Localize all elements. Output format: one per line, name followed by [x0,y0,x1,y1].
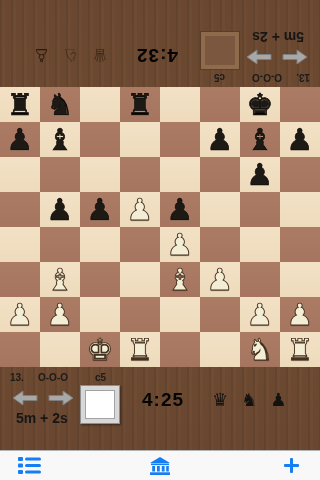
black-bishop-piece: ♝ [247,122,274,157]
black-pawn-piece: ♟ [47,192,74,227]
chess-board: ♜♞♜♚♟♝♟♝♟♟♟♟♟♟♟♝♝♟♟♟♟♟♚♜♞♜ [0,87,320,367]
square-e2[interactable] [160,297,200,332]
square-g2[interactable]: ♟ [240,297,280,332]
time-control-label: 5m + 2s [252,29,304,45]
square-a1[interactable] [0,332,40,367]
square-d1[interactable]: ♜ [120,332,160,367]
square-b6[interactable] [40,157,80,192]
white-rook-piece: ♜ [127,332,154,367]
time-control-label: 5m + 2s [16,410,68,426]
square-a6[interactable] [0,157,40,192]
move-list-button[interactable] [17,456,41,476]
black-pawn-piece: ♟ [247,157,274,192]
square-d6[interactable] [120,157,160,192]
back-arrow-button[interactable] [282,49,308,65]
square-g5[interactable] [240,192,280,227]
app-root: 13. O-O-O c5 5m + 2s 4:32 ♕ ♘ ♙ ♜♞♜♚♟♝♟♝… [0,0,320,480]
white-pawn-piece: ♟ [247,297,274,332]
square-c2[interactable] [80,297,120,332]
black-rook-piece: ♜ [7,87,34,122]
square-g1[interactable]: ♞ [240,332,280,367]
square-h2[interactable]: ♟ [280,297,320,332]
left-arrow-icon [282,49,308,65]
square-d5[interactable]: ♟ [120,192,160,227]
square-c8[interactable] [80,87,120,122]
white-bishop-piece: ♝ [167,262,194,297]
square-g4[interactable] [240,227,280,262]
forward-arrow-button[interactable] [48,390,74,406]
square-d8[interactable]: ♜ [120,87,160,122]
black-rook-piece: ♜ [127,87,154,122]
square-e7[interactable] [160,122,200,157]
right-arrow-icon [48,390,74,406]
square-e6[interactable] [160,157,200,192]
player-clock: 4:32 [136,44,178,66]
white-move-label: O-O-O [252,72,282,83]
square-g7[interactable]: ♝ [240,122,280,157]
left-arrow-icon [12,390,38,406]
white-bishop-piece: ♝ [47,262,74,297]
square-e8[interactable] [160,87,200,122]
turn-indicator-button[interactable] [80,385,120,424]
black-move-label: c5 [95,372,106,383]
plus-icon [284,458,299,473]
black-pawn-piece: ♟ [287,122,314,157]
white-king-piece: ♚ [87,332,114,367]
forward-arrow-button[interactable] [246,49,272,65]
black-pawn-piece: ♟ [167,192,194,227]
right-arrow-icon [246,49,272,65]
black-king-piece: ♚ [247,87,274,122]
square-h1[interactable]: ♜ [280,332,320,367]
captured-pieces-tray: ♕ ♘ ♙ [30,45,108,65]
black-knight-piece: ♞ [47,87,74,122]
square-b3[interactable]: ♝ [40,262,80,297]
bottom-toolbar [0,450,320,480]
square-b7[interactable]: ♝ [40,122,80,157]
square-f5[interactable] [200,192,240,227]
black-pawn-piece: ♟ [7,122,34,157]
white-rook-piece: ♜ [287,332,314,367]
square-f1[interactable] [200,332,240,367]
white-pawn-piece: ♟ [287,297,314,332]
square-c7[interactable] [80,122,120,157]
square-g8[interactable]: ♚ [240,87,280,122]
white-pawn-piece: ♟ [167,227,194,262]
square-h3[interactable] [280,262,320,297]
square-d4[interactable] [120,227,160,262]
captured-pieces-tray: ♛ ♞ ♟ [212,390,290,410]
square-b2[interactable]: ♟ [40,297,80,332]
square-h5[interactable] [280,192,320,227]
square-f7[interactable]: ♟ [200,122,240,157]
black-move-label: c5 [214,72,225,83]
square-g6[interactable]: ♟ [240,157,280,192]
square-d2[interactable] [120,297,160,332]
square-b1[interactable] [40,332,80,367]
square-b8[interactable]: ♞ [40,87,80,122]
square-c3[interactable] [80,262,120,297]
square-e1[interactable] [160,332,200,367]
square-e4[interactable]: ♟ [160,227,200,262]
white-pawn-piece: ♟ [7,297,34,332]
square-c6[interactable] [80,157,120,192]
move-number-label: 13. [296,72,310,83]
square-g3[interactable] [240,262,280,297]
square-a4[interactable] [0,227,40,262]
game-library-button[interactable] [148,456,172,476]
square-c5[interactable]: ♟ [80,192,120,227]
square-f6[interactable] [200,157,240,192]
black-pawn-piece: ♟ [87,192,114,227]
white-pawn-piece: ♟ [207,262,234,297]
white-knight-piece: ♞ [247,332,274,367]
square-b4[interactable] [40,227,80,262]
square-h4[interactable] [280,227,320,262]
square-f8[interactable] [200,87,240,122]
square-b5[interactable]: ♟ [40,192,80,227]
square-f4[interactable] [200,227,240,262]
black-bishop-piece: ♝ [47,122,74,157]
square-f3[interactable]: ♟ [200,262,240,297]
back-arrow-button[interactable] [12,390,38,406]
square-a8[interactable]: ♜ [0,87,40,122]
top-player-panel: 13. O-O-O c5 5m + 2s 4:32 ♕ ♘ ♙ [0,2,320,88]
square-h6[interactable] [280,157,320,192]
square-a7[interactable]: ♟ [0,122,40,157]
white-pawn-piece: ♟ [127,192,154,227]
square-a5[interactable] [0,192,40,227]
player-clock: 4:25 [142,389,184,411]
square-e5[interactable]: ♟ [160,192,200,227]
black-pawn-piece: ♟ [207,122,234,157]
turn-indicator-button[interactable] [200,31,240,70]
list-icon [18,457,41,474]
square-c1[interactable]: ♚ [80,332,120,367]
white-move-label: O-O-O [38,372,68,383]
square-a3[interactable] [0,262,40,297]
new-game-button[interactable] [279,456,303,476]
square-e3[interactable]: ♝ [160,262,200,297]
move-number-label: 13. [10,372,24,383]
square-a2[interactable]: ♟ [0,297,40,332]
bank-icon [150,457,170,475]
square-d3[interactable] [120,262,160,297]
square-f2[interactable] [200,297,240,332]
square-h8[interactable] [280,87,320,122]
white-pawn-piece: ♟ [47,297,74,332]
square-d7[interactable] [120,122,160,157]
bottom-player-panel: 13. O-O-O c5 5m + 2s 4:25 ♛ ♞ ♟ [0,367,320,450]
square-c4[interactable] [80,227,120,262]
square-h7[interactable]: ♟ [280,122,320,157]
